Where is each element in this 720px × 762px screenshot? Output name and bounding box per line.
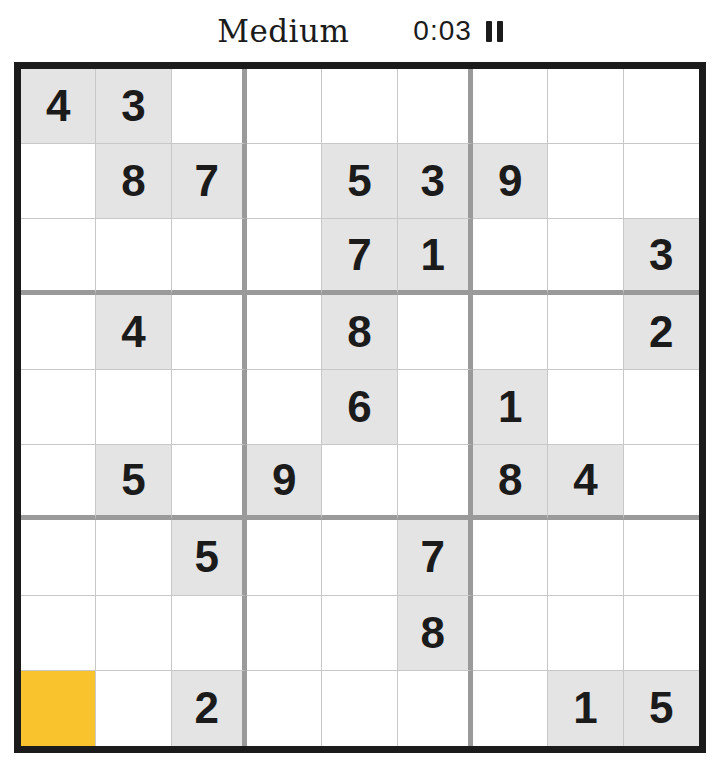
cell-r5c7[interactable]: 1 [473, 370, 548, 445]
cell-r6c3[interactable] [172, 445, 247, 520]
cell-r9c3[interactable]: 2 [172, 671, 247, 746]
cell-r9c1[interactable] [21, 671, 96, 746]
cell-r5c6[interactable] [398, 370, 473, 445]
cell-r9c4[interactable] [247, 671, 322, 746]
cell-r9c2[interactable] [96, 671, 171, 746]
pause-icon [497, 21, 503, 42]
cell-r5c9[interactable] [624, 370, 699, 445]
cell-r5c3[interactable] [172, 370, 247, 445]
cell-r1c4[interactable] [247, 69, 322, 144]
cell-r7c4[interactable] [247, 520, 322, 595]
cell-r6c4[interactable]: 9 [247, 445, 322, 520]
cell-r9c6[interactable] [398, 671, 473, 746]
cell-r5c2[interactable] [96, 370, 171, 445]
timer: 0:03 [413, 15, 472, 47]
cell-r7c8[interactable] [548, 520, 623, 595]
cell-r6c1[interactable] [21, 445, 96, 520]
cell-r8c5[interactable] [322, 596, 397, 671]
cell-r1c5[interactable] [322, 69, 397, 144]
header: Medium 0:03 [0, 0, 720, 62]
cell-r8c3[interactable] [172, 596, 247, 671]
cell-r5c8[interactable] [548, 370, 623, 445]
cell-r5c4[interactable] [247, 370, 322, 445]
cell-r4c1[interactable] [21, 295, 96, 370]
cell-r7c5[interactable] [322, 520, 397, 595]
cell-r3c1[interactable] [21, 219, 96, 294]
cell-r3c6[interactable]: 1 [398, 219, 473, 294]
cell-r3c7[interactable] [473, 219, 548, 294]
cell-r2c7[interactable]: 9 [473, 144, 548, 219]
difficulty-label: Medium [217, 13, 349, 49]
cell-r9c8[interactable]: 1 [548, 671, 623, 746]
cell-r8c7[interactable] [473, 596, 548, 671]
cell-r2c6[interactable]: 3 [398, 144, 473, 219]
cell-r4c7[interactable] [473, 295, 548, 370]
cell-r3c3[interactable] [172, 219, 247, 294]
cell-r6c7[interactable]: 8 [473, 445, 548, 520]
cell-r9c5[interactable] [322, 671, 397, 746]
cell-r2c5[interactable]: 5 [322, 144, 397, 219]
cell-r1c9[interactable] [624, 69, 699, 144]
timer-group: 0:03 [413, 15, 503, 47]
cell-r2c2[interactable]: 8 [96, 144, 171, 219]
sudoku-page: Medium 0:03 4387539713482615984578215 [0, 0, 720, 762]
cell-r1c6[interactable] [398, 69, 473, 144]
pause-button[interactable] [486, 21, 503, 42]
cell-r9c9[interactable]: 5 [624, 671, 699, 746]
cell-r7c9[interactable] [624, 520, 699, 595]
cell-r8c1[interactable] [21, 596, 96, 671]
cell-r7c3[interactable]: 5 [172, 520, 247, 595]
cell-r8c4[interactable] [247, 596, 322, 671]
cell-r2c9[interactable] [624, 144, 699, 219]
cell-r6c6[interactable] [398, 445, 473, 520]
cell-r3c9[interactable]: 3 [624, 219, 699, 294]
cell-r4c4[interactable] [247, 295, 322, 370]
cell-r1c3[interactable] [172, 69, 247, 144]
cell-r6c8[interactable]: 4 [548, 445, 623, 520]
cell-r4c6[interactable] [398, 295, 473, 370]
cell-r3c4[interactable] [247, 219, 322, 294]
cell-r7c6[interactable]: 7 [398, 520, 473, 595]
cell-r8c8[interactable] [548, 596, 623, 671]
cell-r4c2[interactable]: 4 [96, 295, 171, 370]
cell-r1c8[interactable] [548, 69, 623, 144]
cell-r5c1[interactable] [21, 370, 96, 445]
cell-r2c8[interactable] [548, 144, 623, 219]
cell-r1c1[interactable]: 4 [21, 69, 96, 144]
cell-r2c1[interactable] [21, 144, 96, 219]
cell-r3c8[interactable] [548, 219, 623, 294]
cell-r1c2[interactable]: 3 [96, 69, 171, 144]
cell-r6c9[interactable] [624, 445, 699, 520]
cell-r8c6[interactable]: 8 [398, 596, 473, 671]
cell-r8c2[interactable] [96, 596, 171, 671]
cell-r4c8[interactable] [548, 295, 623, 370]
pause-icon [486, 21, 492, 42]
cell-r3c5[interactable]: 7 [322, 219, 397, 294]
sudoku-board: 4387539713482615984578215 [14, 62, 706, 753]
cell-r9c7[interactable] [473, 671, 548, 746]
cell-r2c4[interactable] [247, 144, 322, 219]
cell-r4c9[interactable]: 2 [624, 295, 699, 370]
cell-r7c1[interactable] [21, 520, 96, 595]
cell-r6c2[interactable]: 5 [96, 445, 171, 520]
cell-r3c2[interactable] [96, 219, 171, 294]
cell-r6c5[interactable] [322, 445, 397, 520]
cell-r2c3[interactable]: 7 [172, 144, 247, 219]
cell-r1c7[interactable] [473, 69, 548, 144]
cell-r8c9[interactable] [624, 596, 699, 671]
cell-r7c2[interactable] [96, 520, 171, 595]
cell-r4c5[interactable]: 8 [322, 295, 397, 370]
cell-r5c5[interactable]: 6 [322, 370, 397, 445]
cell-r4c3[interactable] [172, 295, 247, 370]
cell-r7c7[interactable] [473, 520, 548, 595]
